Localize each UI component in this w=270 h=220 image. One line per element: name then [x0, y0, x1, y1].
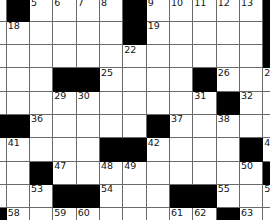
clue-number: 37 — [171, 114, 183, 124]
cell-r2-c5[interactable] — [77, 22, 100, 45]
cell-r9-c13[interactable]: 56 — [263, 185, 270, 208]
clue-number: 12 — [218, 0, 230, 7]
cell-r1-c8[interactable]: 9 — [147, 0, 170, 22]
cell-r1-c4[interactable]: 6 — [53, 0, 76, 22]
clue-number: 26 — [218, 68, 230, 78]
clue-number: 27 — [264, 68, 270, 78]
cell-r10-c12[interactable]: 63 — [240, 208, 263, 220]
cell-r3-c6[interactable] — [100, 45, 123, 68]
cell-r6-c1 — [0, 115, 7, 138]
clue-number: 36 — [31, 114, 43, 124]
cell-r7-c4[interactable] — [53, 138, 76, 161]
clue-number: 19 — [148, 21, 160, 31]
cell-r3-c1[interactable] — [0, 45, 7, 68]
cell-r3-c9[interactable] — [170, 45, 193, 68]
cell-r7-c1[interactable] — [0, 138, 7, 161]
cell-r3-c4[interactable] — [53, 45, 76, 68]
cell-r8-c7[interactable]: 49 — [123, 162, 146, 185]
cell-r5-c4[interactable]: 29 — [53, 92, 76, 115]
cell-r9-c6[interactable]: 54 — [100, 185, 123, 208]
cell-r2-c10[interactable] — [193, 22, 216, 45]
clue-number: 11 — [194, 0, 206, 7]
cell-r6-c3[interactable]: 36 — [30, 115, 53, 138]
clue-number: 25 — [101, 68, 113, 78]
clue-number: 22 — [124, 45, 136, 55]
clue-number: 63 — [241, 208, 253, 218]
cell-r1-c13 — [263, 0, 270, 22]
clue-number: 61 — [171, 208, 183, 218]
cell-r3-c10[interactable] — [193, 45, 216, 68]
cell-r7-c7 — [123, 138, 146, 161]
clue-number: 59 — [54, 208, 66, 218]
cell-r9-c11[interactable]: 55 — [217, 185, 240, 208]
cell-r10-c2[interactable]: 58 — [7, 208, 30, 220]
cell-r8-c2[interactable] — [7, 162, 30, 185]
cell-r2-c4[interactable] — [53, 22, 76, 45]
cell-r7-c5[interactable] — [77, 138, 100, 161]
cell-r2-c7 — [123, 22, 146, 45]
clue-number: 38 — [218, 114, 230, 124]
cell-r8-c5[interactable] — [77, 162, 100, 185]
cell-r5-c11 — [217, 92, 240, 115]
clue-number: 53 — [31, 184, 43, 194]
cell-r5-c3[interactable] — [30, 92, 53, 115]
cell-r8-c4[interactable]: 47 — [53, 162, 76, 185]
cell-r2-c13 — [263, 22, 270, 45]
cell-r6-c7[interactable] — [123, 115, 146, 138]
cell-r3-c2[interactable] — [7, 45, 30, 68]
cell-r4-c8[interactable] — [147, 68, 170, 91]
cell-r1-c12[interactable]: 13 — [240, 0, 263, 22]
cell-r9-c7[interactable] — [123, 185, 146, 208]
cell-r6-c10[interactable] — [193, 115, 216, 138]
clue-number: 58 — [8, 208, 20, 218]
cell-r5-c9[interactable] — [170, 92, 193, 115]
cell-r9-c3[interactable]: 53 — [30, 185, 53, 208]
crossword-grid: 5678910111213181922252627293031323637384… — [0, 0, 270, 220]
cell-r3-c7[interactable]: 22 — [123, 45, 146, 68]
cell-r2-c1[interactable] — [0, 22, 7, 45]
crossword-puzzle: 5678910111213181922252627293031323637384… — [0, 0, 270, 220]
clue-number: 62 — [194, 208, 206, 218]
cell-r10-c1 — [0, 208, 7, 220]
clue-number: 31 — [194, 91, 206, 101]
clue-number: 9 — [148, 0, 154, 7]
cell-r6-c5[interactable] — [77, 115, 100, 138]
cell-r4-c10 — [193, 68, 216, 91]
clue-number: 60 — [78, 208, 90, 218]
clue-number: 49 — [124, 161, 136, 171]
cell-r2-c3[interactable] — [30, 22, 53, 45]
cell-r2-c11[interactable] — [217, 22, 240, 45]
cell-r5-c2[interactable] — [7, 92, 30, 115]
clue-number: 13 — [241, 0, 253, 7]
cell-r4-c9[interactable] — [170, 68, 193, 91]
cell-r10-c3[interactable] — [30, 208, 53, 220]
cell-r7-c8[interactable]: 42 — [147, 138, 170, 161]
clue-number: 6 — [54, 0, 60, 7]
cell-r2-c9[interactable] — [170, 22, 193, 45]
cell-r9-c2[interactable] — [7, 185, 30, 208]
cell-r6-c13[interactable] — [263, 115, 270, 138]
clue-number: 43 — [264, 138, 270, 148]
cell-r3-c5[interactable] — [77, 45, 100, 68]
cell-r10-c8[interactable] — [147, 208, 170, 220]
cell-r8-c12[interactable]: 50 — [240, 162, 263, 185]
cell-r9-c8[interactable] — [147, 185, 170, 208]
cell-r8-c6[interactable]: 48 — [100, 162, 123, 185]
cell-r5-c12[interactable]: 32 — [240, 92, 263, 115]
cell-r9-c5 — [77, 185, 100, 208]
cell-r10-c7[interactable] — [123, 208, 146, 220]
cell-r3-c13 — [263, 45, 270, 68]
cell-r8-c3 — [30, 162, 53, 185]
cell-r6-c8 — [147, 115, 170, 138]
cell-r9-c9 — [170, 185, 193, 208]
cell-r5-c7[interactable] — [123, 92, 146, 115]
clue-number: 48 — [101, 161, 113, 171]
cell-r6-c4[interactable] — [53, 115, 76, 138]
clue-number: 47 — [54, 161, 66, 171]
cell-r5-c5[interactable]: 30 — [77, 92, 100, 115]
cell-r1-c2 — [7, 0, 30, 22]
cell-r7-c9[interactable] — [170, 138, 193, 161]
cell-r7-c10[interactable] — [193, 138, 216, 161]
cell-r10-c11 — [217, 208, 240, 220]
cell-r10-c13[interactable] — [263, 208, 270, 220]
clue-number: 42 — [148, 138, 160, 148]
cell-r7-c11[interactable] — [217, 138, 240, 161]
cell-r1-c10[interactable]: 11 — [193, 0, 216, 22]
cell-r4-c1[interactable] — [0, 68, 7, 91]
cell-r5-c13[interactable] — [263, 92, 270, 115]
cell-r4-c3[interactable] — [30, 68, 53, 91]
cell-r4-c6[interactable]: 25 — [100, 68, 123, 91]
cell-r4-c7[interactable] — [123, 68, 146, 91]
cell-r10-c5[interactable]: 60 — [77, 208, 100, 220]
cell-r6-c9[interactable]: 37 — [170, 115, 193, 138]
clue-number: 30 — [78, 91, 90, 101]
cell-r10-c10[interactable]: 62 — [193, 208, 216, 220]
cell-r4-c13[interactable]: 27 — [263, 68, 270, 91]
clue-number: 32 — [241, 91, 253, 101]
cell-r9-c4 — [53, 185, 76, 208]
cell-r5-c10[interactable]: 31 — [193, 92, 216, 115]
clue-number: 55 — [218, 184, 230, 194]
cell-r5-c6[interactable] — [100, 92, 123, 115]
cell-r8-c13 — [263, 162, 270, 185]
cell-r1-c9[interactable]: 10 — [170, 0, 193, 22]
cell-r6-c2 — [7, 115, 30, 138]
cell-r1-c6[interactable]: 8 — [100, 0, 123, 22]
cell-r7-c3[interactable] — [30, 138, 53, 161]
clue-number: 41 — [8, 138, 20, 148]
clue-number: 10 — [171, 0, 183, 7]
cell-r9-c10 — [193, 185, 216, 208]
cell-r4-c2[interactable] — [7, 68, 30, 91]
clue-number: 8 — [101, 0, 107, 7]
cell-r2-c6[interactable] — [100, 22, 123, 45]
cell-r3-c11[interactable] — [217, 45, 240, 68]
cell-r2-c2[interactable]: 18 — [7, 22, 30, 45]
cell-r6-c11[interactable]: 38 — [217, 115, 240, 138]
cell-r3-c8[interactable] — [147, 45, 170, 68]
clue-number: 50 — [241, 161, 253, 171]
cell-r9-c12[interactable] — [240, 185, 263, 208]
clue-number: 7 — [78, 0, 84, 7]
cell-r1-c3[interactable]: 5 — [30, 0, 53, 22]
cell-r2-c12[interactable] — [240, 22, 263, 45]
clue-number: 56 — [264, 184, 270, 194]
clue-number: 54 — [101, 184, 113, 194]
cell-r2-c8[interactable]: 19 — [147, 22, 170, 45]
cell-r5-c1[interactable] — [0, 92, 7, 115]
cell-r9-c1[interactable] — [0, 185, 7, 208]
cell-r1-c5[interactable]: 7 — [77, 0, 100, 22]
clue-number: 5 — [31, 0, 37, 7]
cell-r5-c8[interactable] — [147, 92, 170, 115]
cell-r10-c4[interactable]: 59 — [53, 208, 76, 220]
clue-number: 29 — [54, 91, 66, 101]
cell-r4-c12[interactable] — [240, 68, 263, 91]
cell-r7-c12 — [240, 138, 263, 161]
cell-r4-c5 — [77, 68, 100, 91]
cell-r7-c2[interactable]: 41 — [7, 138, 30, 161]
cell-r7-c6 — [100, 138, 123, 161]
cell-r8-c9[interactable] — [170, 162, 193, 185]
cell-r8-c11[interactable] — [217, 162, 240, 185]
cell-r10-c9[interactable]: 61 — [170, 208, 193, 220]
clue-number: 18 — [8, 21, 20, 31]
cell-r1-c7 — [123, 0, 146, 22]
cell-r8-c1[interactable] — [0, 162, 7, 185]
cell-r1-c1[interactable] — [0, 0, 7, 22]
cell-r1-c11[interactable]: 12 — [217, 0, 240, 22]
cell-r4-c11[interactable]: 26 — [217, 68, 240, 91]
cell-r6-c6[interactable] — [100, 115, 123, 138]
cell-r8-c10[interactable] — [193, 162, 216, 185]
cell-r10-c6[interactable] — [100, 208, 123, 220]
cell-r6-c12[interactable] — [240, 115, 263, 138]
cell-r7-c13[interactable]: 43 — [263, 138, 270, 161]
cell-r4-c4 — [53, 68, 76, 91]
cell-r3-c12[interactable] — [240, 45, 263, 68]
cell-r3-c3[interactable] — [30, 45, 53, 68]
cell-r8-c8[interactable] — [147, 162, 170, 185]
